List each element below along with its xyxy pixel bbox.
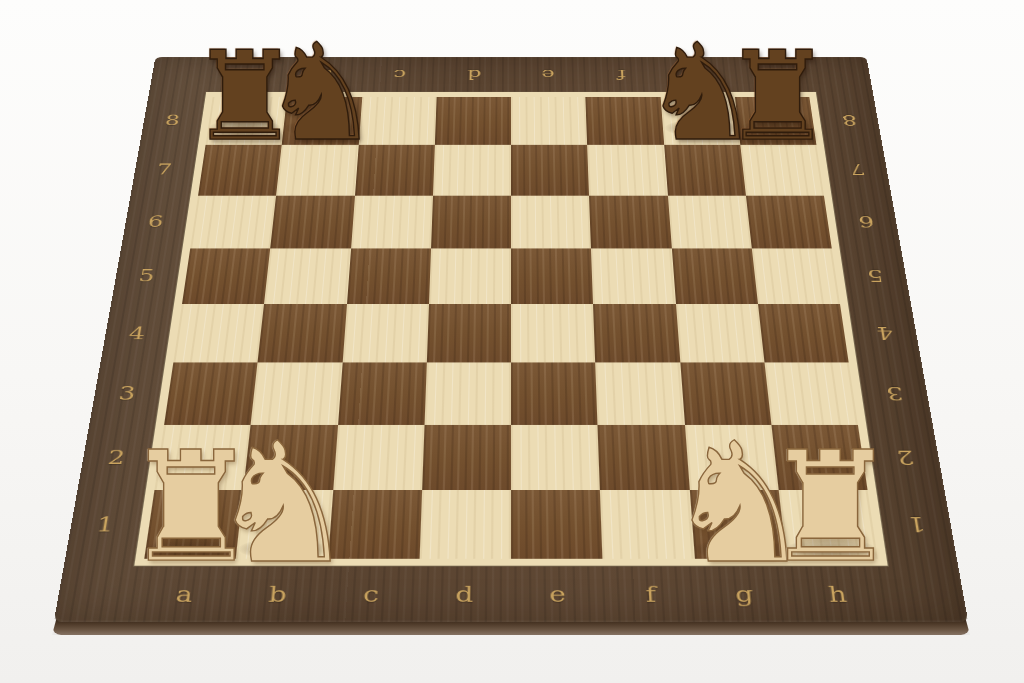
rank-label-left-3: 3 [117,384,137,403]
rank-label-left-5: 5 [137,267,156,284]
square-e5[interactable] [511,248,593,304]
square-f5[interactable] [591,248,675,304]
square-d5[interactable] [429,248,511,304]
rank-label-right-8: 8 [841,113,858,128]
square-e1[interactable] [511,490,603,559]
square-b4[interactable] [258,304,347,363]
square-c6[interactable] [351,195,433,248]
file-label-bottom-d: d [455,583,474,605]
square-a4[interactable] [173,304,264,363]
file-label-top-c: c [393,67,406,81]
scene: abcdefgh abcdefgh 87654321 87654321 ♜♞♞♜… [0,0,1024,683]
square-d8[interactable] [435,97,511,145]
square-g4[interactable] [676,304,765,363]
rank-label-right-1: 1 [906,514,927,535]
square-h6[interactable] [746,195,832,248]
square-d6[interactable] [431,195,511,248]
square-d7[interactable] [433,145,511,195]
rank-label-left-6: 6 [147,213,165,229]
square-a5[interactable] [182,248,270,304]
square-f6[interactable] [589,195,671,248]
square-e7[interactable] [511,145,589,195]
square-b5[interactable] [264,248,350,304]
piece-black-knight-b8[interactable]: ♞ [261,26,381,160]
piece-black-rook-h8[interactable]: ♜ [722,35,832,158]
rank-label-left-4: 4 [128,324,147,342]
square-e4[interactable] [511,304,595,363]
square-c4[interactable] [342,304,429,363]
rank-label-right-5: 5 [866,267,885,284]
file-label-top-f: f [617,67,626,81]
rank-label-right-7: 7 [849,162,866,177]
square-h4[interactable] [758,304,849,363]
square-e8[interactable] [511,97,587,145]
square-h5[interactable] [752,248,840,304]
square-f4[interactable] [593,304,680,363]
rank-label-right-3: 3 [885,384,905,403]
file-label-bottom-f: f [645,583,657,605]
square-b6[interactable] [270,195,354,248]
file-label-top-d: d [467,67,482,81]
piece-white-knight-b1[interactable]: ♞ [208,421,357,587]
square-d4[interactable] [427,304,511,363]
rank-label-left-1: 1 [95,514,116,535]
square-g5[interactable] [671,248,757,304]
square-a6[interactable] [190,195,276,248]
square-d1[interactable] [419,490,511,559]
rank-label-right-6: 6 [857,213,875,229]
square-g6[interactable] [667,195,751,248]
file-label-top-e: e [541,67,555,81]
piece-white-rook-h1[interactable]: ♜ [763,432,899,584]
square-d3[interactable] [424,363,511,425]
file-label-bottom-e: e [549,583,566,605]
square-e2[interactable] [511,424,600,489]
square-e6[interactable] [511,195,591,248]
square-c5[interactable] [347,248,431,304]
square-e3[interactable] [511,363,598,425]
rank-label-left-8: 8 [164,113,181,128]
rank-label-right-4: 4 [875,324,894,342]
square-d2[interactable] [422,424,511,489]
file-label-bottom-c: c [363,583,380,605]
rank-label-left-7: 7 [156,162,173,177]
